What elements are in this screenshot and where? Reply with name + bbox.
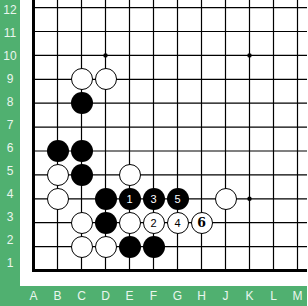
stone-F2-black[interactable]	[143, 236, 165, 258]
col-label-D: D	[96, 288, 116, 304]
col-label-G: G	[168, 288, 188, 304]
row-label-11: 11	[0, 25, 20, 41]
stone-C3-white[interactable]	[71, 212, 93, 234]
stone-D4-black[interactable]	[95, 188, 117, 210]
stone-C9-white[interactable]	[71, 68, 93, 90]
row-label-3: 3	[0, 209, 20, 225]
stone-E5-white[interactable]	[119, 164, 141, 186]
row-label-1: 1	[0, 255, 20, 271]
col-label-J: J	[216, 288, 236, 304]
go-board-diagram: 135246 121110987654321ABCDEFGHJKLM	[0, 0, 307, 306]
stone-C5-black[interactable]	[71, 164, 93, 186]
col-label-C: C	[72, 288, 92, 304]
row-label-9: 9	[0, 71, 20, 87]
board-surface[interactable]: 135246	[22, 0, 308, 282]
col-label-M: M	[288, 288, 308, 304]
stone-B6-black[interactable]	[47, 140, 69, 162]
stone-D3-black[interactable]	[95, 212, 117, 234]
col-label-A: A	[24, 288, 44, 304]
stone-D9-white[interactable]	[95, 68, 117, 90]
stone-E3-white[interactable]	[119, 212, 141, 234]
stone-D2-white[interactable]	[95, 236, 117, 258]
col-label-H: H	[192, 288, 212, 304]
col-label-B: B	[48, 288, 68, 304]
stone-C2-white[interactable]	[71, 236, 93, 258]
stone-C6-black[interactable]	[71, 140, 93, 162]
stone-B5-white[interactable]	[47, 164, 69, 186]
row-label-6: 6	[0, 140, 20, 156]
stone-C8-black[interactable]	[71, 92, 93, 114]
stone-G4-black[interactable]: 5	[167, 188, 189, 210]
row-label-12: 12	[0, 2, 20, 18]
stone-F4-black[interactable]: 3	[143, 188, 165, 210]
stone-G3-white[interactable]: 4	[167, 212, 189, 234]
col-label-K: K	[240, 288, 260, 304]
stone-B4-white[interactable]	[47, 188, 69, 210]
row-label-5: 5	[0, 163, 20, 179]
row-label-2: 2	[0, 232, 20, 248]
stone-F3-white[interactable]: 2	[143, 212, 165, 234]
col-label-L: L	[264, 288, 284, 304]
row-label-7: 7	[0, 117, 20, 133]
stone-E4-black[interactable]: 1	[119, 188, 141, 210]
stone-J4-white[interactable]	[215, 188, 237, 210]
col-label-F: F	[144, 288, 164, 304]
row-label-8: 8	[0, 94, 20, 110]
stone-E2-black[interactable]	[119, 236, 141, 258]
stone-H3-white[interactable]: 6	[191, 212, 213, 234]
row-label-10: 10	[0, 48, 20, 64]
row-label-4: 4	[0, 186, 20, 202]
col-label-E: E	[120, 288, 140, 304]
